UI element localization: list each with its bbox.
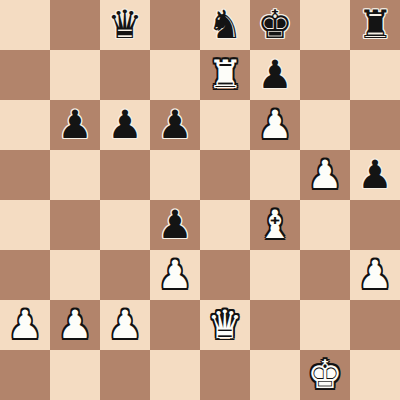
square-d6[interactable]: ♟ [150, 100, 200, 150]
white-pawn-piece[interactable]: ♟ [158, 250, 193, 300]
white-pawn-piece[interactable]: ♟ [358, 250, 393, 300]
square-h2[interactable] [350, 300, 400, 350]
square-h1[interactable] [350, 350, 400, 400]
black-pawn-piece[interactable]: ♟ [158, 200, 193, 250]
square-d2[interactable] [150, 300, 200, 350]
black-king-piece[interactable]: ♚ [258, 0, 293, 50]
square-a5[interactable] [0, 150, 50, 200]
square-f4[interactable]: ♝ [250, 200, 300, 250]
black-rook-piece[interactable]: ♜ [358, 0, 393, 50]
square-h3[interactable]: ♟ [350, 250, 400, 300]
white-pawn-piece[interactable]: ♟ [58, 300, 93, 350]
square-f5[interactable] [250, 150, 300, 200]
square-b4[interactable] [50, 200, 100, 250]
square-h8[interactable]: ♜ [350, 0, 400, 50]
square-b3[interactable] [50, 250, 100, 300]
square-g8[interactable] [300, 0, 350, 50]
square-a4[interactable] [0, 200, 50, 250]
square-h7[interactable] [350, 50, 400, 100]
square-g5[interactable]: ♟ [300, 150, 350, 200]
square-a7[interactable] [0, 50, 50, 100]
square-e1[interactable] [200, 350, 250, 400]
square-g1[interactable]: ♚ [300, 350, 350, 400]
square-e2[interactable]: ♛ [200, 300, 250, 350]
square-e7[interactable]: ♜ [200, 50, 250, 100]
square-b6[interactable]: ♟ [50, 100, 100, 150]
square-b7[interactable] [50, 50, 100, 100]
square-c8[interactable]: ♛ [100, 0, 150, 50]
square-c4[interactable] [100, 200, 150, 250]
black-pawn-piece[interactable]: ♟ [108, 100, 143, 150]
square-c6[interactable]: ♟ [100, 100, 150, 150]
black-pawn-piece[interactable]: ♟ [58, 100, 93, 150]
square-c7[interactable] [100, 50, 150, 100]
square-f6[interactable]: ♟ [250, 100, 300, 150]
square-e3[interactable] [200, 250, 250, 300]
square-d8[interactable] [150, 0, 200, 50]
square-c5[interactable] [100, 150, 150, 200]
white-pawn-piece[interactable]: ♟ [8, 300, 43, 350]
square-b8[interactable] [50, 0, 100, 50]
chess-board: ♛♞♚♜♜♟♟♟♟♟♟♟♟♝♟♟♟♟♟♛♚ [0, 0, 400, 400]
square-f8[interactable]: ♚ [250, 0, 300, 50]
white-pawn-piece[interactable]: ♟ [308, 150, 343, 200]
square-a3[interactable] [0, 250, 50, 300]
square-b5[interactable] [50, 150, 100, 200]
square-g2[interactable] [300, 300, 350, 350]
square-g7[interactable] [300, 50, 350, 100]
white-pawn-piece[interactable]: ♟ [258, 100, 293, 150]
square-c3[interactable] [100, 250, 150, 300]
square-e8[interactable]: ♞ [200, 0, 250, 50]
square-c2[interactable]: ♟ [100, 300, 150, 350]
square-b1[interactable] [50, 350, 100, 400]
square-d1[interactable] [150, 350, 200, 400]
square-a2[interactable]: ♟ [0, 300, 50, 350]
square-h4[interactable] [350, 200, 400, 250]
black-pawn-piece[interactable]: ♟ [158, 100, 193, 150]
square-f2[interactable] [250, 300, 300, 350]
square-a1[interactable] [0, 350, 50, 400]
white-rook-piece[interactable]: ♜ [208, 50, 243, 100]
square-b2[interactable]: ♟ [50, 300, 100, 350]
square-e6[interactable] [200, 100, 250, 150]
square-d3[interactable]: ♟ [150, 250, 200, 300]
black-queen-piece[interactable]: ♛ [108, 0, 143, 50]
square-g3[interactable] [300, 250, 350, 300]
square-e5[interactable] [200, 150, 250, 200]
white-queen-piece[interactable]: ♛ [208, 300, 243, 350]
square-a8[interactable] [0, 0, 50, 50]
square-c1[interactable] [100, 350, 150, 400]
square-g4[interactable] [300, 200, 350, 250]
square-h6[interactable] [350, 100, 400, 150]
square-h5[interactable]: ♟ [350, 150, 400, 200]
square-a6[interactable] [0, 100, 50, 150]
white-bishop-piece[interactable]: ♝ [258, 200, 293, 250]
square-f1[interactable] [250, 350, 300, 400]
square-d7[interactable] [150, 50, 200, 100]
square-e4[interactable] [200, 200, 250, 250]
white-king-piece[interactable]: ♚ [308, 350, 343, 400]
black-pawn-piece[interactable]: ♟ [358, 150, 393, 200]
white-pawn-piece[interactable]: ♟ [108, 300, 143, 350]
square-g6[interactable] [300, 100, 350, 150]
square-f3[interactable] [250, 250, 300, 300]
square-d4[interactable]: ♟ [150, 200, 200, 250]
square-d5[interactable] [150, 150, 200, 200]
black-pawn-piece[interactable]: ♟ [258, 50, 293, 100]
black-knight-piece[interactable]: ♞ [208, 0, 243, 50]
square-f7[interactable]: ♟ [250, 50, 300, 100]
